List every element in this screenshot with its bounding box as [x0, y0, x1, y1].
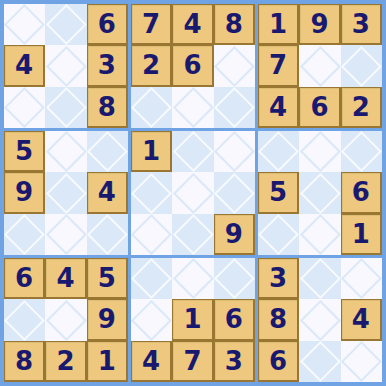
given-digit: 1	[98, 348, 116, 374]
cell-r6c5[interactable]	[172, 214, 213, 255]
given-digit: 6	[225, 306, 243, 332]
given-digit: 4	[142, 348, 160, 374]
cell-r6c2[interactable]	[45, 214, 86, 255]
box-1-3: 1937462	[258, 4, 382, 128]
cell-r8c8[interactable]	[299, 299, 340, 340]
diamond-icon	[258, 214, 299, 255]
diamond-icon	[300, 173, 341, 214]
given-digit: 3	[98, 52, 116, 78]
cell-r2c3: 3	[87, 45, 128, 86]
diamond-icon	[46, 214, 87, 255]
given-digit: 1	[183, 306, 201, 332]
given-digit: 3	[225, 348, 243, 374]
cell-r9c7: 6	[258, 341, 299, 382]
given-digit: 2	[352, 94, 370, 120]
given-digit: 8	[269, 306, 287, 332]
cell-r6c3[interactable]	[87, 214, 128, 255]
cell-r7c5[interactable]	[172, 258, 213, 299]
cell-r6c4[interactable]	[131, 214, 172, 255]
cell-r1c9: 3	[341, 4, 382, 45]
given-digit: 8	[15, 348, 33, 374]
cell-r6c1[interactable]	[4, 214, 45, 255]
given-digit: 8	[225, 11, 243, 37]
cell-r5c4[interactable]	[131, 172, 172, 213]
cell-r5c1: 9	[4, 172, 45, 213]
cell-r7c8[interactable]	[299, 258, 340, 299]
cell-r4c4: 1	[131, 131, 172, 172]
diamond-icon	[300, 341, 341, 382]
cell-r2c9[interactable]	[341, 45, 382, 86]
diamond-icon	[214, 173, 255, 214]
cell-r9c3: 1	[87, 341, 128, 382]
diamond-icon	[300, 46, 341, 87]
given-digit: 8	[98, 94, 116, 120]
box-2-3: 561	[258, 131, 382, 255]
cell-r5c7: 5	[258, 172, 299, 213]
cell-r7c1: 6	[4, 258, 45, 299]
diamond-icon	[173, 87, 214, 128]
given-digit: 4	[352, 306, 370, 332]
cell-r8c9: 4	[341, 299, 382, 340]
given-digit: 6	[352, 179, 370, 205]
given-digit: 4	[98, 179, 116, 205]
cell-r5c5[interactable]	[172, 172, 213, 213]
diamond-icon	[173, 258, 214, 299]
diamond-icon	[258, 131, 299, 172]
cell-r6c9: 1	[341, 214, 382, 255]
cell-r9c9[interactable]	[341, 341, 382, 382]
cell-r1c6: 8	[214, 4, 255, 45]
diamond-icon	[214, 258, 255, 299]
cell-r5c2[interactable]	[45, 172, 86, 213]
given-digit: 1	[142, 138, 160, 164]
given-digit: 5	[98, 265, 116, 291]
diamond-icon	[131, 258, 172, 299]
cell-r2c5: 6	[172, 45, 213, 86]
cell-r2c1: 4	[4, 45, 45, 86]
diamond-icon	[214, 87, 255, 128]
cell-r5c3: 4	[87, 172, 128, 213]
diamond-icon	[46, 131, 87, 172]
given-digit: 6	[183, 52, 201, 78]
cell-r4c6[interactable]	[214, 131, 255, 172]
cell-r5c9: 6	[341, 172, 382, 213]
cell-r4c1: 5	[4, 131, 45, 172]
cell-r1c3: 6	[87, 4, 128, 45]
cell-r6c6: 9	[214, 214, 255, 255]
given-digit: 5	[15, 138, 33, 164]
cell-r1c2[interactable]	[45, 4, 86, 45]
given-digit: 6	[269, 348, 287, 374]
cell-r7c9[interactable]	[341, 258, 382, 299]
cell-r8c4[interactable]	[131, 299, 172, 340]
cell-r2c6[interactable]	[214, 45, 255, 86]
diamond-icon	[46, 173, 87, 214]
diamond-icon	[173, 131, 214, 172]
diamond-icon	[46, 4, 87, 45]
cell-r2c8[interactable]	[299, 45, 340, 86]
box-3-1: 6459821	[4, 258, 128, 382]
diamond-icon	[173, 214, 214, 255]
given-digit: 2	[56, 348, 74, 374]
cell-r8c7: 8	[258, 299, 299, 340]
diamond-icon	[214, 131, 255, 172]
diamond-icon	[4, 87, 45, 128]
cell-r2c2[interactable]	[45, 45, 86, 86]
cell-r1c7: 1	[258, 4, 299, 45]
cell-r9c6: 3	[214, 341, 255, 382]
cell-r1c8: 9	[299, 4, 340, 45]
given-digit: 7	[142, 11, 160, 37]
cell-r3c2[interactable]	[45, 87, 86, 128]
diamond-icon	[131, 300, 172, 341]
diamond-icon	[341, 341, 382, 382]
diamond-icon	[300, 131, 341, 172]
given-digit: 6	[310, 94, 328, 120]
given-digit: 3	[352, 11, 370, 37]
cell-r5c6[interactable]	[214, 172, 255, 213]
given-digit: 1	[352, 221, 370, 247]
cell-r9c8[interactable]	[299, 341, 340, 382]
given-digit: 6	[98, 11, 116, 37]
cell-r7c4[interactable]	[131, 258, 172, 299]
diamond-icon	[131, 87, 172, 128]
diamond-icon	[46, 87, 87, 128]
given-digit: 2	[142, 52, 160, 78]
given-digit: 1	[269, 11, 287, 37]
given-digit: 5	[269, 179, 287, 205]
cell-r3c6[interactable]	[214, 87, 255, 128]
box-2-1: 594	[4, 131, 128, 255]
cell-r4c9[interactable]	[341, 131, 382, 172]
diamond-icon	[214, 46, 255, 87]
cell-r3c4[interactable]	[131, 87, 172, 128]
diamond-icon	[341, 131, 382, 172]
given-digit: 3	[269, 265, 287, 291]
cell-r7c7: 3	[258, 258, 299, 299]
given-digit: 7	[269, 52, 287, 78]
diamond-icon	[300, 300, 341, 341]
cell-r9c1: 8	[4, 341, 45, 382]
cell-r3c5[interactable]	[172, 87, 213, 128]
cell-r2c7: 7	[258, 45, 299, 86]
diamond-icon	[87, 131, 128, 172]
diamond-icon	[87, 214, 128, 255]
cell-r4c5[interactable]	[172, 131, 213, 172]
cell-r3c1[interactable]	[4, 87, 45, 128]
diamond-icon	[173, 173, 214, 214]
diamond-icon	[131, 173, 172, 214]
diamond-icon	[46, 46, 87, 87]
given-digit: 6	[15, 265, 33, 291]
cell-r3c9: 2	[341, 87, 382, 128]
cell-r4c2[interactable]	[45, 131, 86, 172]
diamond-icon	[4, 300, 45, 341]
cell-r1c4: 7	[131, 4, 172, 45]
diamond-icon	[300, 214, 341, 255]
given-digit: 4	[56, 265, 74, 291]
box-3-3: 3846	[258, 258, 382, 382]
given-digit: 4	[15, 52, 33, 78]
box-1-2: 74826	[131, 4, 255, 128]
cell-r7c3: 5	[87, 258, 128, 299]
diamond-icon	[300, 258, 341, 299]
cell-r8c6: 6	[214, 299, 255, 340]
cell-r8c5: 1	[172, 299, 213, 340]
cell-r7c2: 4	[45, 258, 86, 299]
cell-r3c3: 8	[87, 87, 128, 128]
given-digit: 9	[98, 306, 116, 332]
diamond-icon	[4, 4, 45, 45]
cell-r6c8[interactable]	[299, 214, 340, 255]
cell-r8c2[interactable]	[45, 299, 86, 340]
diamond-icon	[46, 300, 87, 341]
given-digit: 9	[15, 179, 33, 205]
diamond-icon	[4, 214, 45, 255]
cell-r1c1[interactable]	[4, 4, 45, 45]
box-3-2: 16473	[131, 258, 255, 382]
diamond-icon	[341, 258, 382, 299]
cell-r6c7[interactable]	[258, 214, 299, 255]
cell-r9c2: 2	[45, 341, 86, 382]
given-digit: 9	[225, 221, 243, 247]
box-1-1: 6438	[4, 4, 128, 128]
cell-r3c8: 6	[299, 87, 340, 128]
cell-r5c8[interactable]	[299, 172, 340, 213]
cell-r8c1[interactable]	[4, 299, 45, 340]
cell-r2c4: 2	[131, 45, 172, 86]
given-digit: 4	[183, 11, 201, 37]
sudoku-board: 6438748261937462594195616459821164733846	[0, 0, 386, 386]
cell-r4c3[interactable]	[87, 131, 128, 172]
given-digit: 9	[310, 11, 328, 37]
cell-r7c6[interactable]	[214, 258, 255, 299]
cell-r9c4: 4	[131, 341, 172, 382]
cell-r9c5: 7	[172, 341, 213, 382]
cell-r4c8[interactable]	[299, 131, 340, 172]
given-digit: 4	[269, 94, 287, 120]
diamond-icon	[341, 46, 382, 87]
cell-r3c7: 4	[258, 87, 299, 128]
cell-r8c3: 9	[87, 299, 128, 340]
cell-r1c5: 4	[172, 4, 213, 45]
given-digit: 7	[183, 348, 201, 374]
cell-r4c7[interactable]	[258, 131, 299, 172]
diamond-icon	[131, 214, 172, 255]
box-2-2: 19	[131, 131, 255, 255]
